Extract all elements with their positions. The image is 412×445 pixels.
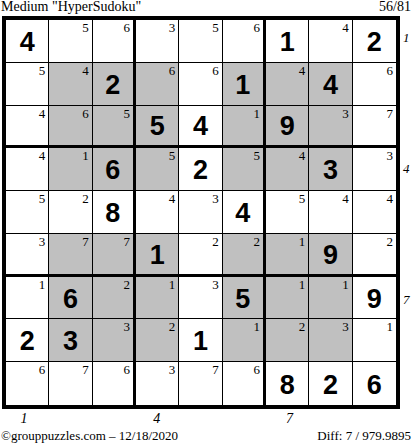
pencil-mark: 4 — [39, 106, 46, 121]
cell-r3c5[interactable]: 4 — [179, 106, 222, 149]
cell-r1c2[interactable]: 5 — [49, 20, 92, 63]
col-label-4: 4 — [152, 411, 162, 427]
pencil-mark: 6 — [169, 63, 176, 78]
given-digit: 2 — [6, 319, 48, 361]
pencil-mark: 2 — [212, 234, 219, 249]
given-digit: 6 — [353, 362, 396, 405]
pencil-mark: 3 — [342, 319, 349, 334]
sudoku-board: 4563561425426614464655419374165254335284… — [2, 16, 400, 409]
cell-r5c5[interactable]: 3 — [179, 191, 222, 234]
cell-r4c5[interactable]: 2 — [179, 148, 222, 191]
given-digit: 1 — [223, 63, 263, 105]
cell-r1c7[interactable]: 1 — [266, 20, 309, 63]
pencil-mark: 4 — [169, 191, 176, 206]
cell-r1c6[interactable]: 6 — [223, 20, 266, 63]
cell-r7c6[interactable]: 5 — [223, 277, 266, 320]
cell-r7c9[interactable]: 9 — [353, 277, 396, 320]
pencil-mark: 3 — [386, 148, 393, 163]
cell-r2c2[interactable]: 4 — [49, 63, 92, 106]
pencil-mark: 3 — [39, 234, 46, 249]
cell-r8c4[interactable]: 2 — [136, 319, 179, 362]
cell-r5c1[interactable]: 5 — [6, 191, 49, 234]
cell-r9c3[interactable]: 6 — [93, 362, 136, 405]
cell-r2c3[interactable]: 2 — [93, 63, 136, 106]
pencil-mark: 6 — [39, 362, 46, 377]
cell-r6c8[interactable]: 9 — [309, 234, 352, 277]
cell-r3c8[interactable]: 3 — [309, 106, 352, 149]
pencil-mark: 6 — [82, 106, 89, 121]
row-label-7: 7 — [403, 292, 412, 307]
given-digit: 1 — [179, 319, 221, 361]
pencil-mark: 4 — [39, 148, 46, 163]
given-digit: 1 — [136, 234, 178, 274]
pencil-mark: 5 — [253, 148, 260, 163]
cell-r4c4[interactable]: 5 — [136, 148, 179, 191]
pencil-mark: 5 — [123, 106, 130, 121]
cell-r7c8[interactable]: 1 — [309, 277, 352, 320]
cell-r4c9[interactable]: 3 — [353, 148, 396, 191]
given-digit: 8 — [93, 191, 133, 233]
cell-r3c6[interactable]: 1 — [223, 106, 266, 149]
pencil-mark: 4 — [299, 63, 306, 78]
pencil-mark: 7 — [82, 362, 89, 377]
pencil-mark: 1 — [386, 319, 393, 334]
cell-r4c6[interactable]: 5 — [223, 148, 266, 191]
pencil-mark: 1 — [253, 319, 260, 334]
cell-r2c6[interactable]: 1 — [223, 63, 266, 106]
pencil-mark: 3 — [212, 191, 219, 206]
cell-r3c3[interactable]: 5 — [93, 106, 136, 149]
cell-r6c2[interactable]: 7 — [49, 234, 92, 277]
pencil-mark: 4 — [82, 63, 89, 78]
cell-r8c2[interactable]: 3 — [49, 319, 92, 362]
pencil-mark: 6 — [386, 63, 393, 78]
cell-r9c5[interactable]: 7 — [179, 362, 222, 405]
pencil-mark: 1 — [299, 234, 306, 249]
cell-r2c7[interactable]: 4 — [266, 63, 309, 106]
cell-r2c1[interactable]: 5 — [6, 63, 49, 106]
pencil-mark: 2 — [123, 277, 130, 292]
pencil-mark: 2 — [169, 319, 176, 334]
pencil-mark: 7 — [123, 234, 130, 249]
pencil-mark: 1 — [82, 148, 89, 163]
pencil-mark: 2 — [299, 319, 306, 334]
cell-r4c7[interactable]: 4 — [266, 148, 309, 191]
cell-r8c3[interactable]: 3 — [93, 319, 136, 362]
pencil-mark: 3 — [123, 319, 130, 334]
cell-r3c1[interactable]: 4 — [6, 106, 49, 149]
cell-r3c2[interactable]: 6 — [49, 106, 92, 149]
progress-counter: 56/81 — [379, 0, 411, 14]
given-digit: 9 — [309, 234, 351, 274]
cell-r3c7[interactable]: 9 — [266, 106, 309, 149]
pencil-mark: 3 — [169, 20, 176, 35]
cell-r9c1[interactable]: 6 — [6, 362, 49, 405]
given-digit: 5 — [223, 277, 263, 319]
cell-r8c6[interactable]: 1 — [223, 319, 266, 362]
cell-r2c9[interactable]: 6 — [353, 63, 396, 106]
given-digit: 5 — [136, 106, 178, 146]
cell-r5c3[interactable]: 8 — [93, 191, 136, 234]
cell-r5c6[interactable]: 4 — [223, 191, 266, 234]
copyright-text: ©grouppuzzles.com – 12/18/2020 — [1, 428, 178, 443]
cell-r9c9[interactable]: 6 — [353, 362, 396, 405]
cell-r3c4[interactable]: 5 — [136, 106, 179, 149]
cell-r4c2[interactable]: 1 — [49, 148, 92, 191]
given-digit: 9 — [266, 106, 308, 146]
pencil-mark: 5 — [39, 63, 46, 78]
cell-r2c8[interactable]: 4 — [309, 63, 352, 106]
puzzle-page: Medium "HyperSudoku" 56/81 4563561425426… — [0, 0, 412, 445]
cell-r9c8[interactable]: 2 — [309, 362, 352, 405]
pencil-mark: 2 — [82, 191, 89, 206]
cell-r6c7[interactable]: 1 — [266, 234, 309, 277]
cell-r9c6[interactable]: 6 — [223, 362, 266, 405]
cell-r6c3[interactable]: 7 — [93, 234, 136, 277]
cell-r4c3[interactable]: 6 — [93, 148, 136, 191]
col-label-7: 7 — [284, 411, 294, 427]
pencil-mark: 4 — [342, 191, 349, 206]
cell-r7c7[interactable]: 1 — [266, 277, 309, 320]
pencil-mark: 6 — [123, 362, 130, 377]
cell-r4c1[interactable]: 4 — [6, 148, 49, 191]
puzzle-title: Medium "HyperSudoku" — [1, 0, 141, 14]
cell-r8c7[interactable]: 2 — [266, 319, 309, 362]
given-digit: 9 — [353, 277, 396, 319]
cell-r7c2[interactable]: 6 — [49, 277, 92, 320]
given-digit: 4 — [179, 106, 221, 146]
pencil-mark: 3 — [342, 106, 349, 121]
pencil-mark: 1 — [39, 277, 46, 292]
cell-r2c4[interactable]: 6 — [136, 63, 179, 106]
given-digit: 2 — [309, 362, 351, 405]
pencil-mark: 2 — [253, 234, 260, 249]
cell-r7c1[interactable]: 1 — [6, 277, 49, 320]
cell-r5c9[interactable]: 4 — [353, 191, 396, 234]
pencil-mark: 6 — [253, 20, 260, 35]
cell-r1c4[interactable]: 3 — [136, 20, 179, 63]
cell-r5c4[interactable]: 4 — [136, 191, 179, 234]
cell-r6c1[interactable]: 3 — [6, 234, 49, 277]
given-digit: 3 — [309, 148, 351, 190]
row-label-4: 4 — [403, 161, 412, 176]
pencil-mark: 5 — [169, 148, 176, 163]
given-digit: 2 — [179, 148, 221, 190]
given-digit: 6 — [93, 148, 133, 190]
given-digit: 3 — [49, 319, 91, 361]
cell-r5c8[interactable]: 4 — [309, 191, 352, 234]
given-digit: 2 — [93, 63, 133, 105]
row-label-1: 1 — [403, 30, 412, 45]
header: Medium "HyperSudoku" 56/81 — [0, 0, 412, 15]
cell-r9c7[interactable]: 8 — [266, 362, 309, 405]
pencil-mark: 7 — [386, 106, 393, 121]
pencil-mark: 4 — [386, 191, 393, 206]
cell-r9c2[interactable]: 7 — [49, 362, 92, 405]
pencil-mark: 7 — [82, 234, 89, 249]
cell-r6c5[interactable]: 2 — [179, 234, 222, 277]
pencil-mark: 3 — [212, 277, 219, 292]
cell-r9c4[interactable]: 3 — [136, 362, 179, 405]
cell-r1c3[interactable]: 6 — [93, 20, 136, 63]
cell-r1c8[interactable]: 4 — [309, 20, 352, 63]
pencil-mark: 1 — [299, 277, 306, 292]
pencil-mark: 7 — [212, 362, 219, 377]
cell-r8c9[interactable]: 1 — [353, 319, 396, 362]
cell-r4c8[interactable]: 3 — [309, 148, 352, 191]
pencil-mark: 5 — [82, 20, 89, 35]
given-digit: 2 — [353, 20, 396, 62]
cell-r1c1[interactable]: 4 — [6, 20, 49, 63]
cell-r7c3[interactable]: 2 — [93, 277, 136, 320]
cell-r6c6[interactable]: 2 — [223, 234, 266, 277]
pencil-mark: 6 — [212, 63, 219, 78]
pencil-mark: 3 — [169, 362, 176, 377]
difficulty-text: Diff: 7 / 979.9895 — [317, 428, 411, 443]
cell-r5c2[interactable]: 2 — [49, 191, 92, 234]
pencil-mark: 5 — [299, 191, 306, 206]
footer: ©grouppuzzles.com – 12/18/2020 Diff: 7 /… — [0, 428, 412, 444]
given-digit: 4 — [223, 191, 263, 233]
cell-r3c9[interactable]: 7 — [353, 106, 396, 149]
given-digit: 1 — [266, 20, 308, 62]
pencil-mark: 2 — [386, 234, 393, 249]
cell-r1c9[interactable]: 2 — [353, 20, 396, 63]
cell-r8c5[interactable]: 1 — [179, 319, 222, 362]
pencil-mark: 1 — [169, 277, 176, 292]
given-digit: 4 — [6, 20, 48, 62]
cell-r5c7[interactable]: 5 — [266, 191, 309, 234]
pencil-mark: 4 — [342, 20, 349, 35]
cell-r8c8[interactable]: 3 — [309, 319, 352, 362]
given-digit: 6 — [49, 277, 91, 319]
cell-r8c1[interactable]: 2 — [6, 319, 49, 362]
given-digit: 8 — [266, 362, 308, 405]
pencil-mark: 6 — [123, 20, 130, 35]
col-label-1: 1 — [19, 411, 29, 427]
cell-r7c5[interactable]: 3 — [179, 277, 222, 320]
pencil-mark: 4 — [299, 148, 306, 163]
pencil-mark: 1 — [342, 277, 349, 292]
pencil-mark: 1 — [253, 106, 260, 121]
cell-r2c5[interactable]: 6 — [179, 63, 222, 106]
pencil-mark: 6 — [253, 362, 260, 377]
cell-r6c4[interactable]: 1 — [136, 234, 179, 277]
pencil-mark: 5 — [212, 20, 219, 35]
cell-r6c9[interactable]: 2 — [353, 234, 396, 277]
cell-r7c4[interactable]: 1 — [136, 277, 179, 320]
cell-r1c5[interactable]: 5 — [179, 20, 222, 63]
pencil-mark: 5 — [39, 191, 46, 206]
given-digit: 4 — [309, 63, 351, 105]
